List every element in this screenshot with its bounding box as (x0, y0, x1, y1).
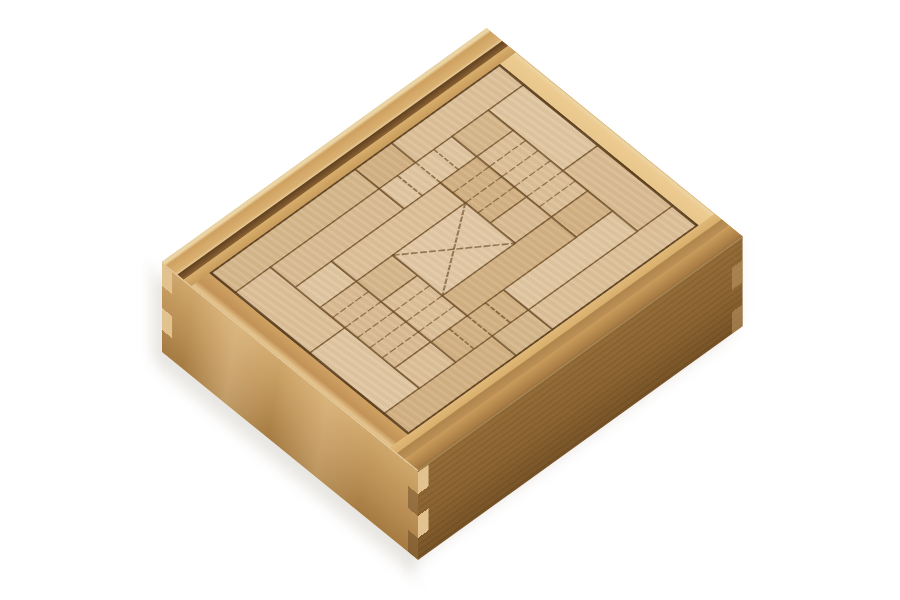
finger-joint-west-corner (162, 264, 172, 360)
photo-scene (0, 0, 900, 600)
finger-joint-south-corner-left (408, 464, 418, 560)
finger-joint-south-corner-right (418, 464, 429, 560)
finger-joint-east-corner (732, 238, 743, 334)
